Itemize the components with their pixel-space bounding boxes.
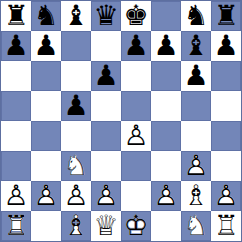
square-h3[interactable] — [211, 151, 241, 181]
square-g5[interactable] — [181, 91, 211, 121]
white-queen-icon[interactable]: ♛♕ — [91, 211, 121, 241]
square-g4[interactable] — [181, 121, 211, 151]
square-h4[interactable] — [211, 121, 241, 151]
black-pawn-icon[interactable]: ♟ — [1, 31, 31, 61]
chess-app: ♜♞♝♛♚♞♜♟♟♟♟♝♟♟♟♟♟♙♞♘♟♙♟♙♟♙♟♙♟♙♟♙♝♗♟♙♜♖♝♗… — [0, 0, 242, 242]
square-e7[interactable]: ♟ — [121, 31, 151, 61]
white-pawn-icon[interactable]: ♟♙ — [91, 181, 121, 211]
square-a1[interactable]: ♜♖ — [1, 211, 31, 241]
black-rook-icon[interactable]: ♜ — [1, 1, 31, 31]
square-b8[interactable]: ♞ — [31, 1, 61, 31]
white-bishop-icon[interactable]: ♝♗ — [181, 181, 211, 211]
square-f5[interactable] — [151, 91, 181, 121]
square-c6[interactable] — [61, 61, 91, 91]
black-pawn-icon[interactable]: ♟ — [121, 31, 151, 61]
white-knight-icon[interactable]: ♞♘ — [61, 151, 91, 181]
white-king-icon[interactable]: ♚♔ — [121, 211, 151, 241]
black-pawn-icon[interactable]: ♟ — [31, 31, 61, 61]
square-g6[interactable]: ♟ — [181, 61, 211, 91]
square-h5[interactable] — [211, 91, 241, 121]
square-b4[interactable] — [31, 121, 61, 151]
white-pawn-icon[interactable]: ♟♙ — [61, 181, 91, 211]
square-f4[interactable] — [151, 121, 181, 151]
square-c3[interactable]: ♞♘ — [61, 151, 91, 181]
square-e4[interactable]: ♟♙ — [121, 121, 151, 151]
square-h2[interactable]: ♟♙ — [211, 181, 241, 211]
square-e3[interactable] — [121, 151, 151, 181]
square-c7[interactable] — [61, 31, 91, 61]
square-h8[interactable]: ♜ — [211, 1, 241, 31]
black-knight-icon[interactable]: ♞ — [31, 1, 61, 31]
square-d3[interactable] — [91, 151, 121, 181]
white-rook-icon[interactable]: ♜♖ — [1, 211, 31, 241]
white-pawn-icon[interactable]: ♟♙ — [31, 181, 61, 211]
square-g2[interactable]: ♝♗ — [181, 181, 211, 211]
square-f1[interactable] — [151, 211, 181, 241]
square-e2[interactable] — [121, 181, 151, 211]
square-e1[interactable]: ♚♔ — [121, 211, 151, 241]
square-b5[interactable] — [31, 91, 61, 121]
square-d5[interactable] — [91, 91, 121, 121]
square-b1[interactable] — [31, 211, 61, 241]
square-h1[interactable]: ♜♖ — [211, 211, 241, 241]
square-a3[interactable] — [1, 151, 31, 181]
black-queen-icon[interactable]: ♛ — [91, 1, 121, 31]
square-d7[interactable] — [91, 31, 121, 61]
square-e5[interactable] — [121, 91, 151, 121]
square-h6[interactable] — [211, 61, 241, 91]
square-b7[interactable]: ♟ — [31, 31, 61, 61]
square-c5[interactable]: ♟ — [61, 91, 91, 121]
white-bishop-icon[interactable]: ♝♗ — [61, 211, 91, 241]
black-pawn-icon[interactable]: ♟ — [211, 31, 241, 61]
chess-board: ♜♞♝♛♚♞♜♟♟♟♟♝♟♟♟♟♟♙♞♘♟♙♟♙♟♙♟♙♟♙♟♙♝♗♟♙♜♖♝♗… — [0, 0, 242, 242]
square-f6[interactable] — [151, 61, 181, 91]
square-f8[interactable] — [151, 1, 181, 31]
square-d6[interactable]: ♟ — [91, 61, 121, 91]
black-pawn-icon[interactable]: ♟ — [151, 31, 181, 61]
white-pawn-icon[interactable]: ♟♙ — [121, 121, 151, 151]
square-a2[interactable]: ♟♙ — [1, 181, 31, 211]
square-g1[interactable]: ♞♘ — [181, 211, 211, 241]
square-g3[interactable]: ♟♙ — [181, 151, 211, 181]
square-a8[interactable]: ♜ — [1, 1, 31, 31]
square-b3[interactable] — [31, 151, 61, 181]
white-pawn-icon[interactable]: ♟♙ — [211, 181, 241, 211]
square-a6[interactable] — [1, 61, 31, 91]
square-f3[interactable] — [151, 151, 181, 181]
black-rook-icon[interactable]: ♜ — [211, 1, 241, 31]
square-f7[interactable]: ♟ — [151, 31, 181, 61]
square-d2[interactable]: ♟♙ — [91, 181, 121, 211]
square-e8[interactable]: ♚ — [121, 1, 151, 31]
square-d4[interactable] — [91, 121, 121, 151]
square-g7[interactable]: ♝ — [181, 31, 211, 61]
white-knight-icon[interactable]: ♞♘ — [181, 211, 211, 241]
square-g8[interactable]: ♞ — [181, 1, 211, 31]
black-knight-icon[interactable]: ♞ — [181, 1, 211, 31]
square-h7[interactable]: ♟ — [211, 31, 241, 61]
square-a7[interactable]: ♟ — [1, 31, 31, 61]
square-f2[interactable]: ♟♙ — [151, 181, 181, 211]
white-pawn-icon[interactable]: ♟♙ — [181, 151, 211, 181]
black-bishop-icon[interactable]: ♝ — [61, 1, 91, 31]
white-rook-icon[interactable]: ♜♖ — [211, 211, 241, 241]
white-pawn-icon[interactable]: ♟♙ — [151, 181, 181, 211]
white-pawn-icon[interactable]: ♟♙ — [1, 181, 31, 211]
square-b2[interactable]: ♟♙ — [31, 181, 61, 211]
square-a4[interactable] — [1, 121, 31, 151]
square-d1[interactable]: ♛♕ — [91, 211, 121, 241]
black-king-icon[interactable]: ♚ — [121, 1, 151, 31]
square-a5[interactable] — [1, 91, 31, 121]
square-c1[interactable]: ♝♗ — [61, 211, 91, 241]
black-pawn-icon[interactable]: ♟ — [61, 91, 91, 121]
black-pawn-icon[interactable]: ♟ — [181, 61, 211, 91]
square-b6[interactable] — [31, 61, 61, 91]
black-pawn-icon[interactable]: ♟ — [91, 61, 121, 91]
black-bishop-icon[interactable]: ♝ — [181, 31, 211, 61]
square-c2[interactable]: ♟♙ — [61, 181, 91, 211]
square-c8[interactable]: ♝ — [61, 1, 91, 31]
square-e6[interactable] — [121, 61, 151, 91]
square-c4[interactable] — [61, 121, 91, 151]
square-d8[interactable]: ♛ — [91, 1, 121, 31]
